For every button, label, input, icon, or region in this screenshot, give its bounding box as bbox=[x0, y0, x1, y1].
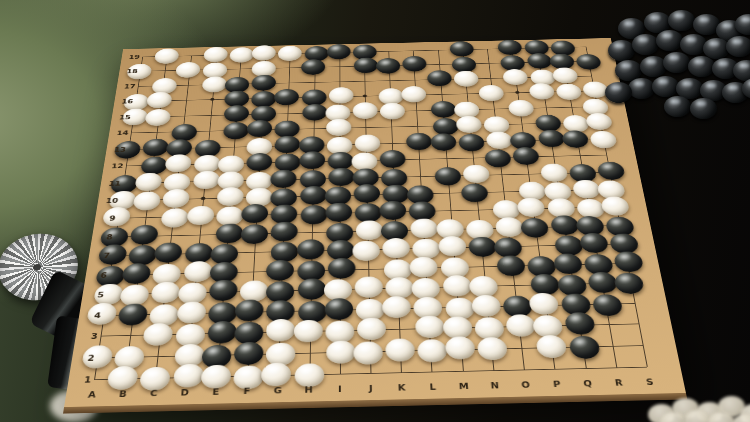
white-stone-C10 bbox=[162, 189, 190, 208]
black-stone-M13 bbox=[430, 133, 457, 151]
captured-black-stone bbox=[632, 34, 659, 55]
black-stone-H18 bbox=[301, 59, 325, 75]
column-label-L: L bbox=[429, 383, 436, 392]
captured-black-stone bbox=[690, 98, 717, 119]
white-stone-B19 bbox=[154, 48, 180, 64]
captured-black-stone bbox=[733, 60, 750, 81]
white-stone-G1 bbox=[261, 362, 291, 386]
white-stone-J8 bbox=[356, 220, 383, 240]
black-stone-M17 bbox=[427, 70, 452, 86]
white-stone-O16 bbox=[478, 85, 504, 102]
black-stone-Q13 bbox=[537, 129, 565, 147]
white-stone-L16 bbox=[401, 86, 426, 103]
black-stone-Q8 bbox=[550, 215, 580, 235]
white-stone-B1 bbox=[107, 366, 140, 390]
column-label-P: P bbox=[553, 380, 561, 389]
white-stone-R16 bbox=[555, 84, 582, 101]
black-stone-F14 bbox=[247, 120, 273, 137]
column-label-S: S bbox=[645, 378, 654, 387]
white-stone-N11 bbox=[462, 164, 490, 183]
black-stone-B4 bbox=[118, 303, 149, 325]
white-stone-M2 bbox=[444, 336, 475, 359]
row-label-8: 8 bbox=[96, 233, 113, 241]
black-stone-F12 bbox=[246, 153, 273, 171]
black-stone-E8 bbox=[215, 223, 243, 243]
white-stone-N4 bbox=[471, 294, 501, 316]
white-stone-O3 bbox=[505, 314, 536, 337]
column-label-A: A bbox=[87, 390, 96, 399]
white-stone-L2 bbox=[417, 339, 447, 363]
white-stone-S9 bbox=[600, 197, 630, 217]
row-label-13: 13 bbox=[110, 146, 126, 153]
black-stone-M11 bbox=[434, 167, 461, 186]
black-stone-F2 bbox=[234, 341, 264, 365]
black-stone-I11 bbox=[328, 167, 354, 186]
white-stone-R10 bbox=[572, 180, 601, 199]
white-stone-N17 bbox=[453, 71, 479, 87]
white-stone-J7 bbox=[352, 241, 380, 262]
black-stone-J18 bbox=[354, 58, 378, 74]
star-point bbox=[210, 98, 214, 101]
black-stone-P8 bbox=[520, 218, 550, 238]
white-stone-H1 bbox=[294, 363, 324, 387]
black-stone-H7 bbox=[296, 239, 324, 260]
white-stone-D1 bbox=[172, 364, 204, 388]
black-stone-S5 bbox=[613, 273, 645, 295]
black-stone-H12 bbox=[299, 151, 325, 169]
column-label-J: J bbox=[369, 384, 373, 393]
black-stone-B13 bbox=[142, 138, 170, 156]
white-stone-J13 bbox=[355, 134, 381, 152]
column-label-K: K bbox=[398, 383, 406, 392]
black-stone-E15 bbox=[223, 105, 249, 122]
column-label-R: R bbox=[614, 378, 623, 387]
white-stone-S13 bbox=[589, 131, 618, 149]
black-stone-R13 bbox=[561, 130, 589, 148]
row-label-12: 12 bbox=[108, 163, 124, 170]
captured-black-stone bbox=[726, 36, 750, 57]
captured-black-stone bbox=[608, 40, 635, 61]
black-stone-H10 bbox=[300, 186, 327, 205]
white-stone-J5 bbox=[355, 276, 383, 298]
white-stone-M7 bbox=[438, 236, 467, 257]
column-label-N: N bbox=[490, 381, 499, 390]
black-stone-E3 bbox=[207, 321, 237, 344]
black-stone-Q6 bbox=[552, 253, 583, 274]
white-stone-G19 bbox=[278, 46, 302, 62]
white-stone-P9 bbox=[517, 198, 546, 218]
row-label-18: 18 bbox=[123, 68, 138, 74]
column-label-F: F bbox=[243, 387, 250, 396]
black-stone-P12 bbox=[512, 147, 540, 165]
white-stone-P2 bbox=[536, 335, 568, 358]
black-stone-M15 bbox=[430, 101, 456, 118]
white-stone-L8 bbox=[410, 218, 438, 238]
captured-black-stone bbox=[688, 56, 715, 77]
white-stone-C3 bbox=[143, 323, 174, 346]
column-label-B: B bbox=[118, 390, 127, 399]
black-stone-G6 bbox=[266, 260, 294, 281]
captured-white-stones-pile bbox=[628, 392, 750, 422]
black-stone-S11 bbox=[596, 161, 625, 180]
board-grid bbox=[94, 47, 647, 380]
row-label-7: 7 bbox=[93, 252, 111, 260]
white-stone-C18 bbox=[175, 62, 201, 78]
black-stone-K12 bbox=[380, 150, 406, 168]
black-stone-B6 bbox=[121, 263, 151, 284]
black-stone-Q18 bbox=[526, 53, 552, 69]
black-stone-E14 bbox=[223, 122, 249, 140]
black-stone-G11 bbox=[270, 169, 297, 188]
white-stone-G3 bbox=[266, 319, 295, 342]
black-stone-H15 bbox=[302, 104, 327, 121]
white-stone-D9 bbox=[186, 206, 214, 226]
white-stone-K7 bbox=[382, 238, 410, 259]
black-stone-L13 bbox=[406, 132, 432, 150]
row-label-15: 15 bbox=[115, 114, 131, 120]
black-stone-F4 bbox=[235, 299, 265, 321]
white-stone-B10 bbox=[133, 191, 162, 210]
captured-black-stone bbox=[668, 10, 695, 31]
column-label-I: I bbox=[338, 385, 342, 394]
black-stone-I4 bbox=[324, 298, 353, 320]
black-stone-R5 bbox=[587, 272, 619, 294]
white-stone-S14 bbox=[585, 113, 613, 130]
white-stone-D19 bbox=[203, 47, 228, 63]
white-stone-D17 bbox=[201, 76, 227, 92]
white-stone-K2 bbox=[385, 338, 415, 361]
white-stone-K15 bbox=[380, 102, 405, 119]
black-stone-I6 bbox=[328, 258, 356, 279]
black-stone-I19 bbox=[327, 44, 351, 60]
row-label-14: 14 bbox=[113, 130, 129, 137]
white-stone-O8 bbox=[495, 217, 524, 237]
go-board: 19181716151413121110987654321 ABCDEFGHIJ… bbox=[64, 38, 686, 407]
black-stone-K9 bbox=[379, 201, 406, 221]
black-stone-R7 bbox=[579, 233, 610, 254]
captured-black-stone bbox=[628, 78, 655, 99]
row-label-10: 10 bbox=[102, 197, 119, 204]
white-stone-O13 bbox=[486, 131, 513, 149]
black-stone-H5 bbox=[297, 278, 325, 300]
white-stone-P4 bbox=[529, 292, 560, 314]
white-stone-E10 bbox=[216, 187, 244, 206]
star-point bbox=[363, 95, 367, 98]
black-stone-H9 bbox=[300, 205, 327, 225]
captured-black-stone bbox=[652, 76, 679, 97]
star-point bbox=[201, 197, 206, 200]
black-stone-K18 bbox=[376, 58, 401, 74]
white-stone-J15 bbox=[353, 102, 378, 119]
white-stone-I16 bbox=[329, 87, 354, 104]
black-stone-L18 bbox=[402, 56, 427, 72]
column-label-H: H bbox=[305, 385, 313, 394]
black-stone-R4 bbox=[591, 294, 623, 316]
black-stone-F8 bbox=[240, 224, 268, 244]
black-stone-F9 bbox=[241, 204, 269, 224]
black-stone-N7 bbox=[468, 237, 497, 258]
white-stone-I2 bbox=[326, 340, 355, 364]
captured-black-stone bbox=[664, 96, 691, 117]
white-stone-K4 bbox=[382, 296, 411, 318]
star-point bbox=[515, 91, 519, 94]
captured-black-stone bbox=[605, 82, 632, 103]
white-stone-D4 bbox=[176, 301, 206, 323]
white-stone-C1 bbox=[139, 367, 171, 391]
row-label-6: 6 bbox=[90, 271, 108, 279]
white-stone-B2 bbox=[113, 346, 145, 370]
white-stone-N14 bbox=[456, 116, 483, 133]
white-stone-I14 bbox=[326, 119, 351, 136]
column-label-D: D bbox=[180, 388, 189, 397]
black-stone-N10 bbox=[461, 183, 489, 202]
column-label-G: G bbox=[274, 386, 282, 395]
white-stone-E19 bbox=[229, 47, 254, 63]
row-label-17: 17 bbox=[120, 83, 135, 89]
white-stone-F19 bbox=[252, 45, 276, 61]
white-stone-B15 bbox=[145, 109, 172, 126]
white-stone-D6 bbox=[183, 261, 212, 282]
black-stone-S6 bbox=[613, 251, 645, 272]
black-stone-P19 bbox=[497, 40, 523, 56]
white-stone-D11 bbox=[192, 170, 220, 189]
photo-scene: 19181716151413121110987654321 ABCDEFGHIJ… bbox=[0, 0, 750, 422]
white-stone-P15 bbox=[508, 100, 535, 117]
black-stone-G16 bbox=[274, 89, 299, 106]
white-stone-Q11 bbox=[539, 163, 568, 182]
captured-black-stone bbox=[663, 52, 690, 73]
black-stone-G13 bbox=[275, 135, 301, 153]
black-stone-G8 bbox=[271, 221, 299, 241]
white-stone-N2 bbox=[477, 337, 508, 360]
black-stone-C7 bbox=[154, 243, 183, 264]
black-stone-O12 bbox=[484, 149, 512, 167]
white-stone-L3 bbox=[415, 316, 445, 339]
column-label-M: M bbox=[458, 382, 469, 391]
black-stone-J10 bbox=[354, 184, 381, 203]
black-stone-F17 bbox=[251, 75, 276, 91]
black-stone-N13 bbox=[458, 134, 485, 152]
white-stone-M5 bbox=[442, 275, 472, 297]
row-label-2: 2 bbox=[76, 353, 95, 362]
white-stone-Q16 bbox=[528, 83, 555, 100]
white-stone-P17 bbox=[502, 69, 528, 85]
column-label-O: O bbox=[521, 380, 530, 389]
white-stone-C9 bbox=[161, 208, 190, 228]
row-label-4: 4 bbox=[83, 311, 101, 319]
black-stone-N19 bbox=[449, 41, 474, 57]
row-label-3: 3 bbox=[80, 332, 99, 341]
black-stone-B8 bbox=[130, 225, 159, 245]
white-stone-C12 bbox=[165, 154, 193, 172]
black-stone-I9 bbox=[325, 203, 352, 223]
white-stone-R17 bbox=[552, 67, 579, 83]
column-label-C: C bbox=[150, 389, 158, 398]
white-stone-J2 bbox=[353, 341, 383, 365]
column-label-E: E bbox=[212, 388, 219, 397]
captured-black-stones-pile bbox=[595, 2, 750, 104]
board-surface: 19181716151413121110987654321 ABCDEFGHIJ… bbox=[64, 38, 686, 407]
white-stone-B11 bbox=[135, 172, 163, 191]
white-stone-E1 bbox=[200, 365, 231, 389]
white-stone-J3 bbox=[357, 318, 386, 341]
row-label-5: 5 bbox=[87, 291, 105, 299]
white-stone-C5 bbox=[151, 282, 181, 304]
black-stone-Q2 bbox=[568, 335, 601, 358]
captured-black-stone bbox=[656, 30, 683, 51]
black-stone-O6 bbox=[496, 255, 526, 276]
white-stone-H3 bbox=[293, 320, 322, 343]
row-label-1: 1 bbox=[73, 375, 92, 384]
white-stone-L6 bbox=[410, 256, 439, 277]
column-label-Q: Q bbox=[583, 379, 593, 388]
black-stone-E5 bbox=[208, 280, 238, 302]
white-stone-B16 bbox=[146, 92, 173, 109]
row-label-19: 19 bbox=[125, 54, 140, 60]
row-label-16: 16 bbox=[118, 98, 134, 104]
row-label-11: 11 bbox=[105, 180, 122, 187]
black-stone-Q3 bbox=[564, 312, 596, 335]
row-label-9: 9 bbox=[99, 215, 116, 222]
